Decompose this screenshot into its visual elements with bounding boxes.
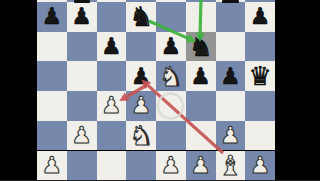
white-bishop-g2: ♝ [218, 152, 242, 179]
board-square-a4[interactable] [37, 91, 67, 121]
board-square-h3[interactable] [245, 121, 275, 151]
board-square-d5[interactable]: ♟ [126, 61, 156, 91]
black-pawn-a7: ♟ [42, 5, 63, 28]
board-square-b2[interactable] [67, 151, 97, 181]
board-square-e6[interactable]: ♟ [156, 32, 186, 62]
white-pawn-h2: ♟ [250, 154, 271, 177]
white-pawn-a2: ♟ [42, 154, 63, 177]
board-square-f5[interactable]: ♟ [186, 61, 216, 91]
white-pawn-b3: ♟ [71, 124, 92, 147]
board-square-g3[interactable]: ♟ [216, 121, 246, 151]
board-square-d4[interactable]: ♟ [126, 91, 156, 121]
black-pawn-h7: ♟ [250, 5, 271, 28]
board-square-b3[interactable]: ♟ [67, 121, 97, 151]
board-square-e7[interactable] [156, 2, 186, 32]
board-square-b5[interactable] [67, 61, 97, 91]
cropped-piece-sliver-b8 [74, 0, 90, 3]
white-pawn-e2: ♟ [161, 154, 182, 177]
board-square-h5[interactable]: ♛ [245, 61, 275, 91]
board-square-b7[interactable]: ♟ [67, 2, 97, 32]
letterbox-right [275, 0, 320, 180]
board-square-e4[interactable] [156, 91, 186, 121]
video-frame: ♟♟♞♟♟♟♞♟♞♟♟♛♟♟♟♞♟♟♟♟♝♟ [0, 0, 320, 180]
board-square-a2[interactable]: ♟ [37, 151, 67, 181]
black-pawn-b7: ♟ [71, 5, 92, 28]
board-square-d6[interactable] [126, 32, 156, 62]
board-square-c4[interactable]: ♟ [97, 91, 127, 121]
board-square-c5[interactable] [97, 61, 127, 91]
white-pawn-g3: ♟ [220, 124, 241, 147]
board-square-b6[interactable] [67, 32, 97, 62]
board-square-a5[interactable] [37, 61, 67, 91]
board-square-f2[interactable]: ♟ [186, 151, 216, 181]
board-square-h6[interactable] [245, 32, 275, 62]
board-square-g6[interactable] [216, 32, 246, 62]
board-square-g4[interactable] [216, 91, 246, 121]
white-knight-d3: ♞ [129, 122, 153, 149]
board-square-e5[interactable]: ♞ [156, 61, 186, 91]
black-pawn-g5: ♟ [220, 65, 241, 88]
board-square-h4[interactable] [245, 91, 275, 121]
black-queen-h5: ♛ [248, 63, 271, 89]
black-pawn-c6: ♟ [101, 35, 122, 58]
black-pawn-e6: ♟ [161, 35, 182, 58]
white-pawn-d4: ♟ [131, 94, 152, 117]
board-square-f3[interactable] [186, 121, 216, 151]
board-square-g7[interactable] [216, 2, 246, 32]
letterbox-left [0, 0, 37, 180]
board-square-f6[interactable]: ♞ [186, 32, 216, 62]
board-square-g2[interactable]: ♝ [216, 151, 246, 181]
board-square-a6[interactable] [37, 32, 67, 62]
black-pawn-d5: ♟ [131, 65, 152, 88]
board-square-a7[interactable]: ♟ [37, 2, 67, 32]
black-knight-d7: ♞ [129, 3, 153, 30]
cropped-piece-sliver-g8 [222, 0, 239, 3]
board-square-e2[interactable]: ♟ [156, 151, 186, 181]
board-square-c6[interactable]: ♟ [97, 32, 127, 62]
board-square-f7[interactable] [186, 2, 216, 32]
board-square-e3[interactable] [156, 121, 186, 151]
board-square-g5[interactable]: ♟ [216, 61, 246, 91]
board-square-d3[interactable]: ♞ [126, 121, 156, 151]
white-knight-e5: ♞ [159, 63, 183, 90]
board-square-a3[interactable] [37, 121, 67, 151]
board-square-h2[interactable]: ♟ [245, 151, 275, 181]
board-square-c7[interactable] [97, 2, 127, 32]
black-pawn-f5: ♟ [190, 65, 211, 88]
white-pawn-f2: ♟ [190, 154, 211, 177]
black-knight-f6: ♞ [189, 33, 213, 60]
board-square-b4[interactable] [67, 91, 97, 121]
white-pawn-c4: ♟ [101, 94, 122, 117]
board-square-c2[interactable] [97, 151, 127, 181]
board-square-f4[interactable] [186, 91, 216, 121]
board-square-d2[interactable] [126, 151, 156, 181]
board-square-d7[interactable]: ♞ [126, 2, 156, 32]
board-square-h7[interactable]: ♟ [245, 2, 275, 32]
board-square-c3[interactable] [97, 121, 127, 151]
